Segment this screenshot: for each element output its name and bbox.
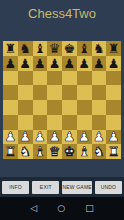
square-h4[interactable]: [106, 100, 121, 115]
square-e6[interactable]: [62, 71, 77, 86]
square-e5[interactable]: [62, 85, 77, 100]
app-title: Chess4Two: [28, 6, 96, 21]
square-c2[interactable]: ♟: [33, 130, 48, 145]
piece-bb: ♝: [34, 41, 46, 54]
square-h2[interactable]: ♟: [106, 130, 121, 145]
square-a4[interactable]: [3, 100, 18, 115]
square-e4[interactable]: [62, 100, 77, 115]
square-h1[interactable]: ♜: [106, 144, 121, 159]
square-f8[interactable]: ♝: [77, 41, 92, 56]
piece-bn: ♞: [93, 41, 105, 54]
home-icon[interactable]: ○: [57, 204, 65, 213]
square-g6[interactable]: [92, 71, 107, 86]
title-bar: Chess4Two: [0, 0, 124, 41]
square-g1[interactable]: ♞: [92, 144, 107, 159]
piece-wp: ♟: [93, 130, 105, 143]
piece-wn: ♞: [93, 145, 105, 158]
piece-wb: ♝: [34, 145, 46, 158]
piece-wp: ♟: [19, 130, 31, 143]
square-d4[interactable]: [47, 100, 62, 115]
square-h3[interactable]: [106, 115, 121, 130]
square-b8[interactable]: ♞: [18, 41, 33, 56]
square-c4[interactable]: [33, 100, 48, 115]
piece-wp: ♟: [64, 130, 76, 143]
piece-wp: ♟: [5, 130, 17, 143]
piece-bp: ♟: [78, 56, 90, 69]
square-b4[interactable]: [18, 100, 33, 115]
piece-br: ♜: [5, 41, 17, 54]
square-h8[interactable]: ♜: [106, 41, 121, 56]
piece-bp: ♟: [34, 56, 46, 69]
piece-bp: ♟: [93, 56, 105, 69]
square-e3[interactable]: [62, 115, 77, 130]
square-a5[interactable]: [3, 85, 18, 100]
android-navbar: ◁ ○ □: [0, 197, 124, 220]
piece-bp: ♟: [49, 56, 61, 69]
recents-icon[interactable]: □: [85, 204, 94, 213]
square-d7[interactable]: ♟: [47, 56, 62, 71]
square-f1[interactable]: ♝: [77, 144, 92, 159]
square-g8[interactable]: ♞: [92, 41, 107, 56]
app-window: Chess4Two ♜♞♝♛♚♝♞♜♟♟♟♟♟♟♟♟♟♟♟♟♟♟♟♟♜♞♝♛♚♝…: [0, 0, 124, 220]
piece-wp: ♟: [49, 130, 61, 143]
square-a8[interactable]: ♜: [3, 41, 18, 56]
square-d3[interactable]: [47, 115, 62, 130]
piece-wr: ♜: [5, 145, 17, 158]
square-g5[interactable]: [92, 85, 107, 100]
square-a2[interactable]: ♟: [3, 130, 18, 145]
square-c5[interactable]: [33, 85, 48, 100]
piece-wr: ♜: [108, 145, 120, 158]
piece-bk: ♚: [64, 41, 76, 54]
square-d8[interactable]: ♛: [47, 41, 62, 56]
spacer: [0, 159, 124, 177]
back-icon[interactable]: ◁: [30, 204, 37, 213]
square-d6[interactable]: [47, 71, 62, 86]
button-bar: INFO EXIT NEW GAME UNDO: [0, 177, 124, 197]
square-a6[interactable]: [3, 71, 18, 86]
square-f3[interactable]: [77, 115, 92, 130]
square-e1[interactable]: ♚: [62, 144, 77, 159]
undo-button[interactable]: UNDO: [95, 181, 122, 194]
new-game-button[interactable]: NEW GAME: [62, 181, 91, 194]
square-h6[interactable]: [106, 71, 121, 86]
square-b7[interactable]: ♟: [18, 56, 33, 71]
square-g3[interactable]: [92, 115, 107, 130]
piece-bn: ♞: [19, 41, 31, 54]
piece-bp: ♟: [5, 56, 17, 69]
square-h5[interactable]: [106, 85, 121, 100]
exit-button[interactable]: EXIT: [32, 181, 59, 194]
square-d1[interactable]: ♛: [47, 144, 62, 159]
square-f5[interactable]: [77, 85, 92, 100]
chess-board: ♜♞♝♛♚♝♞♜♟♟♟♟♟♟♟♟♟♟♟♟♟♟♟♟♜♞♝♛♚♝♞♜: [3, 41, 121, 159]
square-d2[interactable]: ♟: [47, 130, 62, 145]
square-f4[interactable]: [77, 100, 92, 115]
square-b2[interactable]: ♟: [18, 130, 33, 145]
square-h7[interactable]: ♟: [106, 56, 121, 71]
square-c6[interactable]: [33, 71, 48, 86]
square-c3[interactable]: [33, 115, 48, 130]
square-c7[interactable]: ♟: [33, 56, 48, 71]
piece-bp: ♟: [108, 56, 120, 69]
piece-wp: ♟: [108, 130, 120, 143]
piece-bb: ♝: [78, 41, 90, 54]
square-b5[interactable]: [18, 85, 33, 100]
square-g7[interactable]: ♟: [92, 56, 107, 71]
square-b3[interactable]: [18, 115, 33, 130]
square-e7[interactable]: ♟: [62, 56, 77, 71]
square-c8[interactable]: ♝: [33, 41, 48, 56]
piece-wk: ♚: [64, 145, 76, 158]
piece-wb: ♝: [78, 145, 90, 158]
piece-wp: ♟: [78, 130, 90, 143]
piece-br: ♜: [108, 41, 120, 54]
square-d5[interactable]: [47, 85, 62, 100]
piece-bq: ♛: [49, 41, 61, 54]
square-c1[interactable]: ♝: [33, 144, 48, 159]
square-a1[interactable]: ♜: [3, 144, 18, 159]
square-e8[interactable]: ♚: [62, 41, 77, 56]
square-f7[interactable]: ♟: [77, 56, 92, 71]
square-b6[interactable]: [18, 71, 33, 86]
piece-bp: ♟: [64, 56, 76, 69]
square-e2[interactable]: ♟: [62, 130, 77, 145]
square-g4[interactable]: [92, 100, 107, 115]
square-a3[interactable]: [3, 115, 18, 130]
square-f6[interactable]: [77, 71, 92, 86]
piece-wn: ♞: [19, 145, 31, 158]
square-a7[interactable]: ♟: [3, 56, 18, 71]
piece-bp: ♟: [19, 56, 31, 69]
square-b1[interactable]: ♞: [18, 144, 33, 159]
square-g2[interactable]: ♟: [92, 130, 107, 145]
piece-wq: ♛: [49, 145, 61, 158]
square-f2[interactable]: ♟: [77, 130, 92, 145]
info-button[interactable]: INFO: [2, 181, 29, 194]
piece-wp: ♟: [34, 130, 46, 143]
